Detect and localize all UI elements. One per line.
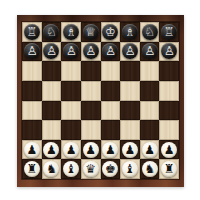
square-a3[interactable] (22, 120, 42, 140)
piece-black-pawn-b7[interactable]: ♙ (43, 43, 59, 59)
square-h7[interactable]: ♙ (159, 42, 179, 62)
square-b7[interactable]: ♙ (42, 42, 62, 62)
piece-black-pawn-h7[interactable]: ♙ (161, 43, 177, 59)
piece-white-pawn-a2[interactable]: ♟ (24, 142, 40, 158)
piece-white-pawn-d2[interactable]: ♟ (83, 142, 99, 158)
square-f2[interactable]: ♟ (120, 140, 140, 160)
white-pawn-glyph: ♟ (144, 141, 155, 157)
black-knight-glyph: ♘ (46, 23, 57, 39)
square-h5[interactable] (159, 81, 179, 101)
square-g5[interactable] (140, 81, 160, 101)
white-queen-glyph: ♛ (85, 161, 96, 177)
square-b4[interactable] (42, 101, 62, 121)
square-c3[interactable] (61, 120, 81, 140)
black-bishop-glyph: ♗ (66, 23, 77, 39)
square-f5[interactable] (120, 81, 140, 101)
piece-black-pawn-d7[interactable]: ♙ (83, 43, 99, 59)
square-f1[interactable]: ♝ (120, 159, 140, 179)
white-pawn-glyph: ♟ (164, 141, 175, 157)
piece-white-rook-a1[interactable]: ♜ (24, 161, 40, 177)
square-a7[interactable]: ♙ (22, 42, 42, 62)
square-d2[interactable]: ♟ (81, 140, 101, 160)
square-d5[interactable] (81, 81, 101, 101)
white-knight-glyph: ♞ (46, 161, 57, 177)
piece-white-pawn-h2[interactable]: ♟ (161, 142, 177, 158)
square-g7[interactable]: ♙ (140, 42, 160, 62)
piece-white-bishop-c1[interactable]: ♝ (63, 161, 79, 177)
square-b2[interactable]: ♟ (42, 140, 62, 160)
square-g8[interactable]: ♘ (140, 22, 160, 42)
square-h3[interactable] (159, 120, 179, 140)
square-c2[interactable]: ♟ (61, 140, 81, 160)
square-d8[interactable]: ♕ (81, 22, 101, 42)
piece-white-rook-h1[interactable]: ♜ (161, 161, 177, 177)
square-h2[interactable]: ♟ (159, 140, 179, 160)
black-pawn-glyph: ♙ (125, 43, 136, 59)
white-rook-glyph: ♜ (164, 161, 175, 177)
piece-white-pawn-e2[interactable]: ♟ (102, 142, 118, 158)
piece-black-pawn-c7[interactable]: ♙ (63, 43, 79, 59)
square-e8[interactable]: ♔ (101, 22, 121, 42)
square-h1[interactable]: ♜ (159, 159, 179, 179)
square-e3[interactable] (101, 120, 121, 140)
piece-black-bishop-c8[interactable]: ♗ (63, 24, 79, 40)
piece-black-pawn-a7[interactable]: ♙ (24, 43, 40, 59)
square-d7[interactable]: ♙ (81, 42, 101, 62)
piece-white-knight-b1[interactable]: ♞ (43, 161, 59, 177)
square-g3[interactable] (140, 120, 160, 140)
piece-black-rook-h8[interactable]: ♖ (161, 24, 177, 40)
square-d6[interactable] (81, 61, 101, 81)
square-d4[interactable] (81, 101, 101, 121)
black-pawn-glyph: ♙ (85, 43, 96, 59)
black-pawn-glyph: ♙ (66, 43, 77, 59)
piece-white-queen-d1[interactable]: ♛ (83, 161, 99, 177)
piece-black-knight-g8[interactable]: ♘ (142, 24, 158, 40)
black-bishop-glyph: ♗ (125, 23, 136, 39)
piece-white-king-e1[interactable]: ♚ (102, 161, 118, 177)
square-e4[interactable] (101, 101, 121, 121)
square-h6[interactable] (159, 61, 179, 81)
black-pawn-glyph: ♙ (105, 43, 116, 59)
square-f3[interactable] (120, 120, 140, 140)
piece-black-pawn-g7[interactable]: ♙ (142, 43, 158, 59)
white-king-glyph: ♚ (105, 161, 116, 177)
square-h4[interactable] (159, 101, 179, 121)
white-knight-glyph: ♞ (144, 161, 155, 177)
white-pawn-glyph: ♟ (66, 141, 77, 157)
white-bishop-glyph: ♝ (125, 161, 136, 177)
black-knight-glyph: ♘ (144, 23, 155, 39)
square-b8[interactable]: ♘ (42, 22, 62, 42)
black-pawn-glyph: ♙ (46, 43, 57, 59)
white-pawn-glyph: ♟ (26, 141, 37, 157)
square-a8[interactable]: ♖ (22, 22, 42, 42)
square-e7[interactable]: ♙ (101, 42, 121, 62)
piece-black-rook-a8[interactable]: ♖ (24, 24, 40, 40)
black-king-glyph: ♔ (105, 23, 116, 39)
piece-black-pawn-e7[interactable]: ♙ (102, 43, 118, 59)
white-pawn-glyph: ♟ (46, 141, 57, 157)
piece-black-knight-b8[interactable]: ♘ (43, 24, 59, 40)
square-a2[interactable]: ♟ (22, 140, 42, 160)
black-rook-glyph: ♖ (164, 23, 175, 39)
square-b5[interactable] (42, 81, 62, 101)
square-c1[interactable]: ♝ (61, 159, 81, 179)
white-pawn-glyph: ♟ (105, 141, 116, 157)
piece-black-pawn-f7[interactable]: ♙ (122, 43, 138, 59)
square-d1[interactable]: ♛ (81, 159, 101, 179)
piece-black-bishop-f8[interactable]: ♗ (122, 24, 138, 40)
square-d3[interactable] (81, 120, 101, 140)
square-e6[interactable] (101, 61, 121, 81)
piece-white-pawn-g2[interactable]: ♟ (142, 142, 158, 158)
square-g6[interactable] (140, 61, 160, 81)
square-c5[interactable] (61, 81, 81, 101)
white-pawn-glyph: ♟ (85, 141, 96, 157)
square-b6[interactable] (42, 61, 62, 81)
photo-scene: ♖♘♗♕♔♗♘♖♙♙♙♙♙♙♙♙♟♟♟♟♟♟♟♟♜♞♝♛♚♝♞♜ (0, 0, 200, 200)
square-c7[interactable]: ♙ (61, 42, 81, 62)
piece-black-queen-d8[interactable]: ♕ (83, 24, 99, 40)
piece-white-knight-g1[interactable]: ♞ (142, 161, 158, 177)
square-g4[interactable] (140, 101, 160, 121)
square-a6[interactable] (22, 61, 42, 81)
white-rook-glyph: ♜ (26, 161, 37, 177)
square-f7[interactable]: ♙ (120, 42, 140, 62)
square-f8[interactable]: ♗ (120, 22, 140, 42)
piece-white-pawn-b2[interactable]: ♟ (43, 142, 59, 158)
square-f6[interactable] (120, 61, 140, 81)
black-rook-glyph: ♖ (26, 23, 37, 39)
square-b1[interactable]: ♞ (42, 159, 62, 179)
square-e1[interactable]: ♚ (101, 159, 121, 179)
square-e2[interactable]: ♟ (101, 140, 121, 160)
square-g2[interactable]: ♟ (140, 140, 160, 160)
square-c4[interactable] (61, 101, 81, 121)
black-pawn-glyph: ♙ (164, 43, 175, 59)
piece-white-pawn-c2[interactable]: ♟ (63, 142, 79, 158)
board-grid: ♖♘♗♕♔♗♘♖♙♙♙♙♙♙♙♙♟♟♟♟♟♟♟♟♜♞♝♛♚♝♞♜ (22, 22, 179, 179)
square-a5[interactable] (22, 81, 42, 101)
square-a1[interactable]: ♜ (22, 159, 42, 179)
square-b3[interactable] (42, 120, 62, 140)
square-f4[interactable] (120, 101, 140, 121)
piece-white-pawn-f2[interactable]: ♟ (122, 142, 138, 158)
black-queen-glyph: ♕ (85, 23, 96, 39)
square-c8[interactable]: ♗ (61, 22, 81, 42)
black-pawn-glyph: ♙ (26, 43, 37, 59)
square-c6[interactable] (61, 61, 81, 81)
piece-black-king-e8[interactable]: ♔ (102, 24, 118, 40)
square-e5[interactable] (101, 81, 121, 101)
chess-board: ♖♘♗♕♔♗♘♖♙♙♙♙♙♙♙♙♟♟♟♟♟♟♟♟♜♞♝♛♚♝♞♜ (17, 15, 184, 187)
square-a4[interactable] (22, 101, 42, 121)
square-h8[interactable]: ♖ (159, 22, 179, 42)
black-pawn-glyph: ♙ (144, 43, 155, 59)
white-pawn-glyph: ♟ (125, 141, 136, 157)
white-bishop-glyph: ♝ (66, 161, 77, 177)
piece-white-bishop-f1[interactable]: ♝ (122, 161, 138, 177)
square-g1[interactable]: ♞ (140, 159, 160, 179)
